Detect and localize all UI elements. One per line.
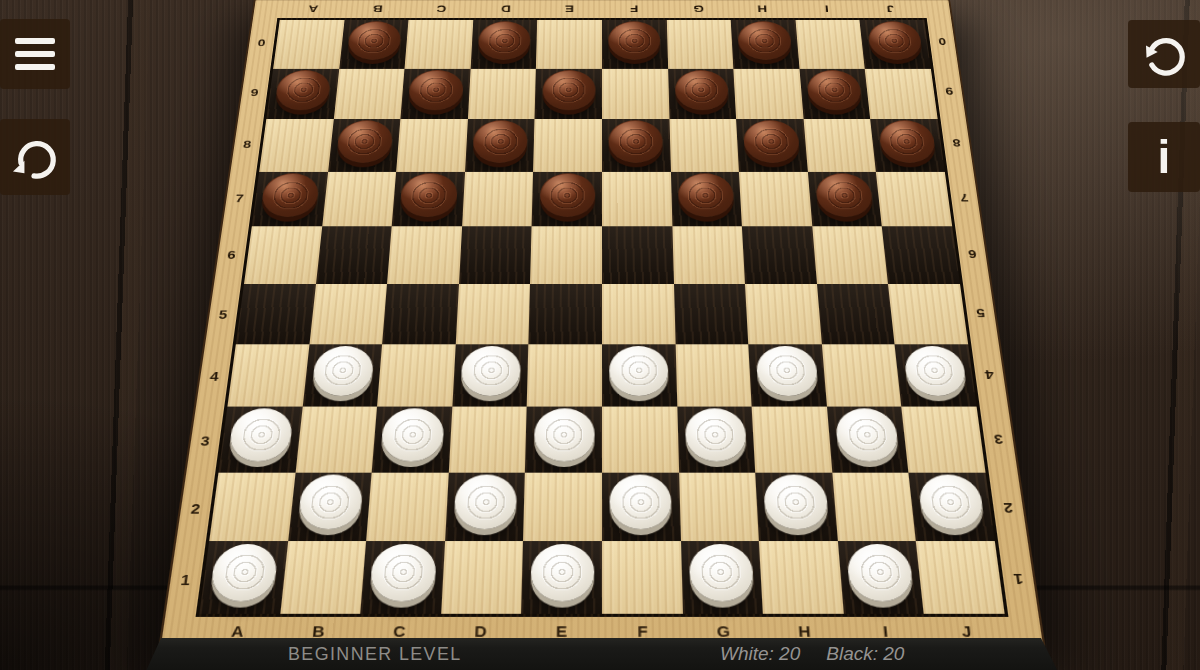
square-C3[interactable] — [372, 407, 452, 473]
square-C5[interactable] — [382, 284, 458, 344]
square-F0[interactable] — [602, 20, 668, 68]
square-J7[interactable] — [876, 172, 952, 227]
piece-brown-I9[interactable] — [806, 70, 863, 110]
square-D5[interactable] — [456, 284, 531, 344]
coords-top: ABCDEFGHIJ — [253, 0, 951, 18]
square-H8[interactable] — [736, 119, 807, 172]
piece-brown-D0[interactable] — [477, 21, 531, 60]
square-G9[interactable] — [668, 69, 736, 120]
square-I0[interactable] — [795, 20, 865, 68]
square-H1[interactable] — [759, 541, 843, 613]
square-B5[interactable] — [309, 284, 387, 344]
piece-white-D2[interactable] — [453, 475, 517, 530]
coord-top-B: B — [344, 0, 410, 18]
square-C9[interactable] — [401, 69, 471, 120]
square-E2[interactable] — [523, 472, 602, 541]
piece-brown-E9[interactable] — [542, 70, 596, 110]
piece-brown-A7[interactable] — [260, 173, 321, 217]
piece-brown-B8[interactable] — [336, 121, 394, 163]
piece-brown-J8[interactable] — [877, 121, 936, 163]
game-screen: ABCDEFGHIJ 0987654321 0987654321 ABCDEFG… — [0, 0, 1200, 670]
square-D9[interactable] — [468, 69, 536, 120]
square-J5[interactable] — [888, 284, 968, 344]
coord-top-H: H — [730, 0, 795, 18]
square-J3[interactable] — [902, 407, 986, 473]
square-A8[interactable] — [259, 119, 333, 172]
coord-top-E: E — [538, 0, 602, 18]
square-G2[interactable] — [679, 472, 759, 541]
square-E0[interactable] — [536, 20, 602, 68]
piece-white-H2[interactable] — [763, 475, 829, 530]
square-A5[interactable] — [236, 284, 316, 344]
square-F5[interactable] — [602, 284, 675, 344]
piece-white-F2[interactable] — [610, 475, 673, 530]
square-G7[interactable] — [671, 172, 743, 227]
piece-white-A3[interactable] — [228, 409, 295, 461]
frame-corner — [253, 0, 282, 18]
square-J4[interactable] — [895, 344, 977, 407]
square-B8[interactable] — [328, 119, 401, 172]
square-I5[interactable] — [817, 284, 895, 344]
undo-icon — [1141, 31, 1187, 77]
piece-white-J2[interactable] — [917, 475, 986, 530]
square-H4[interactable] — [748, 344, 826, 407]
square-H9[interactable] — [734, 69, 804, 120]
square-F2[interactable] — [602, 472, 681, 541]
square-C4[interactable] — [377, 344, 455, 407]
square-J1[interactable] — [916, 541, 1004, 613]
square-C7[interactable] — [392, 172, 465, 227]
square-H6[interactable] — [742, 227, 817, 284]
square-I2[interactable] — [832, 472, 916, 541]
square-D3[interactable] — [449, 407, 527, 473]
square-F3[interactable] — [602, 407, 679, 473]
piece-brown-H0[interactable] — [737, 21, 792, 60]
menu-button[interactable] — [0, 19, 70, 89]
piece-white-J4[interactable] — [902, 346, 967, 396]
piece-white-I3[interactable] — [834, 409, 899, 461]
square-A7[interactable] — [252, 172, 328, 227]
square-A0[interactable] — [273, 20, 344, 68]
square-F6[interactable] — [602, 227, 674, 284]
square-E7[interactable] — [532, 172, 602, 227]
square-I7[interactable] — [808, 172, 883, 227]
square-F9[interactable] — [602, 69, 669, 120]
square-J0[interactable] — [860, 20, 931, 68]
square-B0[interactable] — [339, 20, 409, 68]
board-grid — [196, 18, 1009, 617]
piece-brown-B0[interactable] — [346, 21, 402, 60]
square-E4[interactable] — [527, 344, 602, 407]
info-icon: i — [1158, 134, 1171, 180]
square-I3[interactable] — [827, 407, 909, 473]
square-A4[interactable] — [227, 344, 309, 407]
square-D1[interactable] — [441, 541, 523, 613]
square-G3[interactable] — [677, 407, 755, 473]
square-C1[interactable] — [360, 541, 444, 613]
square-D0[interactable] — [470, 20, 537, 68]
square-B9[interactable] — [333, 69, 404, 120]
piece-white-D4[interactable] — [460, 346, 521, 396]
coord-top-G: G — [666, 0, 731, 18]
square-B1[interactable] — [280, 541, 366, 613]
rotate-board-icon — [12, 134, 58, 180]
piece-brown-F0[interactable] — [608, 21, 661, 60]
square-H5[interactable] — [745, 284, 821, 344]
piece-brown-J0[interactable] — [866, 21, 923, 60]
coord-right-0: 0 — [927, 18, 958, 67]
piece-white-B2[interactable] — [297, 475, 364, 530]
square-H3[interactable] — [752, 407, 832, 473]
piece-white-H4[interactable] — [756, 346, 819, 396]
piece-white-F4[interactable] — [609, 346, 669, 396]
square-F1[interactable] — [602, 541, 683, 613]
square-H0[interactable] — [731, 20, 799, 68]
square-E9[interactable] — [535, 69, 602, 120]
coord-top-J: J — [858, 0, 924, 18]
coord-top-C: C — [409, 0, 474, 18]
white-count: White: 20 — [720, 643, 800, 665]
square-E6[interactable] — [530, 227, 602, 284]
square-G0[interactable] — [666, 20, 733, 68]
square-D4[interactable] — [452, 344, 529, 407]
square-C0[interactable] — [405, 20, 473, 68]
square-B3[interactable] — [295, 407, 377, 473]
frame-corner — [922, 0, 951, 18]
coord-top-I: I — [794, 0, 860, 18]
square-I8[interactable] — [803, 119, 876, 172]
square-I4[interactable] — [822, 344, 902, 407]
piece-white-I1[interactable] — [846, 544, 915, 602]
coord-top-F: F — [602, 0, 666, 18]
square-G1[interactable] — [681, 541, 763, 613]
square-I9[interactable] — [799, 69, 870, 120]
square-H2[interactable] — [755, 472, 837, 541]
piece-counts: White: 20 Black: 20 — [720, 643, 904, 665]
square-F7[interactable] — [602, 172, 672, 227]
coord-top-A: A — [280, 0, 346, 18]
square-C8[interactable] — [396, 119, 467, 172]
piece-brown-D8[interactable] — [472, 121, 528, 163]
piece-white-G3[interactable] — [684, 409, 747, 461]
square-E3[interactable] — [525, 407, 602, 473]
square-J9[interactable] — [865, 69, 938, 120]
square-I1[interactable] — [838, 541, 924, 613]
board: ABCDEFGHIJ 0987654321 0987654321 ABCDEFG… — [158, 0, 1045, 647]
info-button[interactable]: i — [1128, 122, 1200, 192]
square-B4[interactable] — [302, 344, 382, 407]
square-J2[interactable] — [909, 472, 995, 541]
piece-white-G1[interactable] — [688, 544, 754, 602]
piece-white-C3[interactable] — [380, 409, 444, 461]
square-C2[interactable] — [366, 472, 448, 541]
square-D2[interactable] — [445, 472, 525, 541]
square-B2[interactable] — [288, 472, 372, 541]
square-E5[interactable] — [529, 284, 602, 344]
level-label: BEGINNER LEVEL — [288, 643, 462, 665]
square-A2[interactable] — [209, 472, 295, 541]
undo-button[interactable] — [1128, 20, 1200, 88]
square-D6[interactable] — [459, 227, 532, 284]
piece-white-A1[interactable] — [209, 544, 280, 602]
square-A9[interactable] — [266, 69, 339, 120]
piece-white-E1[interactable] — [530, 544, 594, 602]
square-D8[interactable] — [465, 119, 535, 172]
square-I6[interactable] — [812, 227, 888, 284]
piece-white-E3[interactable] — [533, 409, 594, 461]
square-G5[interactable] — [674, 284, 749, 344]
square-A1[interactable] — [199, 541, 287, 613]
piece-brown-F8[interactable] — [609, 121, 664, 163]
square-A6[interactable] — [244, 227, 322, 284]
piece-white-C1[interactable] — [369, 544, 436, 602]
square-J8[interactable] — [871, 119, 945, 172]
square-G4[interactable] — [675, 344, 752, 407]
piece-brown-I7[interactable] — [815, 173, 874, 217]
piece-brown-G7[interactable] — [677, 173, 734, 217]
square-A3[interactable] — [218, 407, 302, 473]
square-D7[interactable] — [462, 172, 534, 227]
piece-brown-E7[interactable] — [539, 173, 595, 217]
rotate-board-button[interactable] — [0, 119, 70, 195]
piece-brown-C7[interactable] — [400, 173, 458, 217]
piece-brown-C9[interactable] — [408, 70, 464, 110]
square-H7[interactable] — [739, 172, 812, 227]
status-bar: BEGINNER LEVEL White: 20 Black: 20 — [0, 638, 1200, 670]
square-F4[interactable] — [602, 344, 677, 407]
square-G8[interactable] — [669, 119, 739, 172]
square-B6[interactable] — [316, 227, 392, 284]
piece-brown-H8[interactable] — [743, 121, 800, 163]
square-E8[interactable] — [533, 119, 602, 172]
square-J6[interactable] — [882, 227, 960, 284]
hamburger-menu-icon — [15, 38, 55, 70]
piece-brown-A9[interactable] — [274, 70, 332, 110]
piece-white-B4[interactable] — [311, 346, 375, 396]
square-G6[interactable] — [672, 227, 745, 284]
square-B7[interactable] — [322, 172, 397, 227]
square-E1[interactable] — [521, 541, 602, 613]
black-count: Black: 20 — [826, 643, 904, 665]
square-C6[interactable] — [387, 227, 462, 284]
square-F8[interactable] — [602, 119, 671, 172]
coord-top-D: D — [473, 0, 538, 18]
piece-brown-G9[interactable] — [674, 70, 729, 110]
